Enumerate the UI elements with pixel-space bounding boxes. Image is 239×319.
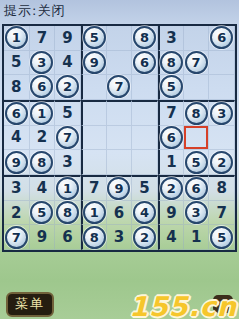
- cell-r4c1[interactable]: 6: [4, 100, 30, 126]
- entered-number: 9: [37, 228, 47, 246]
- given-number: 9: [5, 151, 28, 174]
- entered-number: 3: [166, 29, 176, 47]
- entered-number: 8: [11, 78, 21, 96]
- cell-r3c6[interactable]: [132, 75, 158, 100]
- cell-r8c2[interactable]: 5: [30, 201, 56, 226]
- cell-r7c3[interactable]: 1: [55, 175, 81, 201]
- cell-r3c8[interactable]: [184, 75, 210, 100]
- game-screen: 提示:关闭 1795836534968786275615783427698315…: [0, 0, 239, 319]
- given-number: 5: [210, 226, 233, 249]
- given-number: 2: [160, 177, 183, 200]
- cell-r8c9[interactable]: 7: [209, 201, 235, 226]
- given-number: 6: [210, 26, 233, 49]
- entered-number: 4: [62, 53, 72, 71]
- given-number: 7: [107, 75, 130, 98]
- cell-r6c5[interactable]: [107, 150, 133, 175]
- cell-r4c8[interactable]: 8: [184, 100, 210, 126]
- cell-r6c4[interactable]: [81, 150, 107, 175]
- given-number: 6: [160, 126, 183, 149]
- cell-r4c4[interactable]: [81, 100, 107, 126]
- entered-number: 1: [191, 228, 201, 246]
- cell-r6c7[interactable]: 1: [158, 150, 184, 175]
- cell-r3c3[interactable]: 2: [55, 75, 81, 100]
- cell-r6c6[interactable]: [132, 150, 158, 175]
- cell-r5c3[interactable]: 7: [55, 126, 81, 151]
- cell-r9c2[interactable]: 9: [30, 225, 56, 250]
- entered-number: 9: [62, 29, 72, 47]
- entered-number: 3: [114, 228, 124, 246]
- cell-r4c5[interactable]: [107, 100, 133, 126]
- given-number: 8: [30, 151, 53, 174]
- given-number: 2: [133, 226, 156, 249]
- entered-number: 4: [166, 228, 176, 246]
- cell-r7c6[interactable]: 5: [132, 175, 158, 201]
- given-number: 1: [5, 26, 28, 49]
- given-number: 2: [210, 151, 233, 174]
- given-number: 8: [56, 201, 79, 224]
- given-number: 2: [56, 75, 79, 98]
- given-number: 1: [83, 201, 106, 224]
- given-number: 9: [83, 51, 106, 74]
- cell-r5c9[interactable]: [209, 126, 235, 151]
- given-number: 7: [56, 126, 79, 149]
- given-number: 8: [83, 226, 106, 249]
- cell-r7c1[interactable]: 3: [4, 175, 30, 201]
- given-number: 5: [83, 26, 106, 49]
- given-number: 9: [107, 177, 130, 200]
- cell-r5c6[interactable]: [132, 126, 158, 151]
- given-number: 3: [210, 102, 233, 125]
- cell-r4c9[interactable]: 3: [209, 100, 235, 126]
- given-number: 7: [185, 51, 208, 74]
- cell-r3c4[interactable]: [81, 75, 107, 100]
- cell-r7c5[interactable]: 9: [107, 175, 133, 201]
- given-number: 3: [185, 201, 208, 224]
- cell-r4c3[interactable]: 5: [55, 100, 81, 126]
- entered-number: 2: [11, 204, 21, 222]
- given-number: 6: [133, 51, 156, 74]
- entered-number: 6: [62, 228, 72, 246]
- cell-r3c7[interactable]: 5: [158, 75, 184, 100]
- cell-r5c2[interactable]: 2: [30, 126, 56, 151]
- entered-number: 6: [114, 204, 124, 222]
- cell-r9c9[interactable]: 5: [209, 225, 235, 250]
- cell-r5c5[interactable]: [107, 126, 133, 151]
- cell-r5c4[interactable]: [81, 126, 107, 151]
- cell-r1c5[interactable]: [107, 26, 133, 51]
- cell-r2c9[interactable]: [209, 51, 235, 76]
- cell-r5c7[interactable]: 6: [158, 126, 184, 151]
- cell-r1c4[interactable]: 5: [81, 26, 107, 51]
- given-number: 5: [30, 201, 53, 224]
- cell-r2c4[interactable]: 9: [81, 51, 107, 76]
- cell-r1c7[interactable]: 3: [158, 26, 184, 51]
- cell-r2c8[interactable]: 7: [184, 51, 210, 76]
- cell-r9c8[interactable]: 1: [184, 225, 210, 250]
- entered-number: 7: [89, 179, 99, 197]
- sudoku-board: 1795836534968786275615783427698315234179…: [2, 24, 237, 252]
- cell-r8c8[interactable]: 3: [184, 201, 210, 226]
- watermark: 155.cn: [129, 291, 237, 319]
- entered-number: 3: [62, 153, 72, 171]
- cell-r6c9[interactable]: 2: [209, 150, 235, 175]
- given-number: 7: [5, 226, 28, 249]
- cell-r9c6[interactable]: 2: [132, 225, 158, 250]
- entered-number: 7: [216, 204, 226, 222]
- cell-r4c2[interactable]: 1: [30, 100, 56, 126]
- given-number: 8: [185, 102, 208, 125]
- cell-r2c6[interactable]: 6: [132, 51, 158, 76]
- cell-r9c1[interactable]: 7: [4, 225, 30, 250]
- given-number: 1: [30, 102, 53, 125]
- selection-cursor: [184, 126, 209, 150]
- entered-number: 5: [139, 179, 149, 197]
- cell-r6c2[interactable]: 8: [30, 150, 56, 175]
- cell-r7c8[interactable]: 6: [184, 175, 210, 201]
- cell-r6c8[interactable]: 5: [184, 150, 210, 175]
- entered-number: 9: [166, 204, 176, 222]
- cell-r1c3[interactable]: 9: [55, 26, 81, 51]
- given-number: 5: [185, 151, 208, 174]
- cell-r2c5[interactable]: [107, 51, 133, 76]
- cell-r8c7[interactable]: 9: [158, 201, 184, 226]
- cell-r8c4[interactable]: 1: [81, 201, 107, 226]
- cell-r8c6[interactable]: 4: [132, 201, 158, 226]
- given-number: 6: [185, 177, 208, 200]
- given-number: 5: [160, 75, 183, 98]
- cell-r2c7[interactable]: 8: [158, 51, 184, 76]
- cell-r2c2[interactable]: 3: [30, 51, 56, 76]
- cell-r9c7[interactable]: 4: [158, 225, 184, 250]
- cell-r8c5[interactable]: 6: [107, 201, 133, 226]
- cell-r4c7[interactable]: 7: [158, 100, 184, 126]
- menu-button[interactable]: 菜单: [6, 292, 54, 317]
- entered-number: 7: [166, 104, 176, 122]
- watermark-text: 155.cn: [129, 291, 237, 319]
- cell-r4c6[interactable]: [132, 100, 158, 126]
- cell-r6c3[interactable]: 3: [55, 150, 81, 175]
- cell-r3c5[interactable]: 7: [107, 75, 133, 100]
- entered-number: 8: [216, 179, 226, 197]
- cell-r3c9[interactable]: [209, 75, 235, 100]
- given-number: 3: [30, 51, 53, 74]
- entered-number: 7: [37, 29, 47, 47]
- cell-r1c6[interactable]: 8: [132, 26, 158, 51]
- cell-r9c5[interactable]: 3: [107, 225, 133, 250]
- cell-r1c1[interactable]: 1: [4, 26, 30, 51]
- entered-number: 5: [62, 104, 72, 122]
- cell-r9c4[interactable]: 8: [81, 225, 107, 250]
- cell-r3c2[interactable]: 6: [30, 75, 56, 100]
- cell-r7c7[interactable]: 2: [158, 175, 184, 201]
- cell-r5c1[interactable]: 4: [4, 126, 30, 151]
- cell-r7c9[interactable]: 8: [209, 175, 235, 201]
- cell-r7c4[interactable]: 7: [81, 175, 107, 201]
- cell-r5c8[interactable]: [184, 126, 210, 151]
- given-number: 1: [56, 177, 79, 200]
- hint-status: 提示:关闭: [4, 2, 65, 20]
- given-number: 4: [133, 201, 156, 224]
- entered-number: 2: [37, 128, 47, 146]
- entered-number: 4: [11, 128, 21, 146]
- cell-r6c1[interactable]: 9: [4, 150, 30, 175]
- entered-number: 3: [11, 179, 21, 197]
- cell-r3c1[interactable]: 8: [4, 75, 30, 100]
- entered-number: 1: [166, 153, 176, 171]
- cell-r8c1[interactable]: 2: [4, 201, 30, 226]
- cell-r7c2[interactable]: 4: [30, 175, 56, 201]
- given-number: 8: [160, 51, 183, 74]
- cell-r1c8[interactable]: [184, 26, 210, 51]
- given-number: 8: [133, 26, 156, 49]
- cell-r2c3[interactable]: 4: [55, 51, 81, 76]
- given-number: 6: [5, 102, 28, 125]
- cell-r8c3[interactable]: 8: [55, 201, 81, 226]
- entered-number: 5: [11, 53, 21, 71]
- cell-r1c9[interactable]: 6: [209, 26, 235, 51]
- cell-r1c2[interactable]: 7: [30, 26, 56, 51]
- cell-r9c3[interactable]: 6: [55, 225, 81, 250]
- given-number: 6: [30, 75, 53, 98]
- entered-number: 4: [37, 179, 47, 197]
- cell-r2c1[interactable]: 5: [4, 51, 30, 76]
